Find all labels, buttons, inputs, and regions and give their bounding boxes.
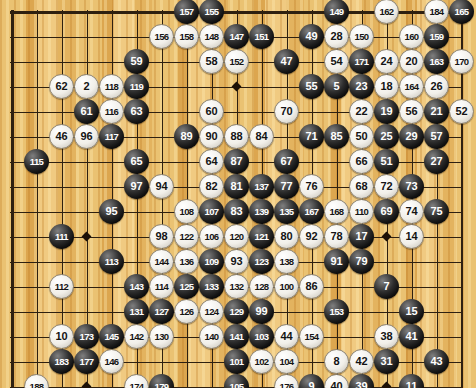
- stone-move-number: 128: [254, 274, 268, 299]
- stone-b65[interactable]: 65: [124, 149, 149, 174]
- stone-w114[interactable]: 114: [149, 274, 174, 299]
- stone-move-number: 117: [105, 124, 119, 149]
- stone-w148[interactable]: 148: [199, 24, 224, 49]
- stone-w108[interactable]: 108: [174, 199, 199, 224]
- stone-b83[interactable]: 83: [224, 199, 249, 224]
- stone-move-number: 29: [405, 124, 417, 149]
- stone-w56[interactable]: 56: [399, 99, 424, 124]
- stone-b9[interactable]: 9: [299, 374, 324, 388]
- stone-w136[interactable]: 136: [174, 249, 199, 274]
- stone-move-number: 84: [255, 124, 267, 149]
- stone-move-number: 138: [279, 249, 293, 274]
- stone-b75[interactable]: 75: [424, 199, 449, 224]
- stone-move-number: 124: [204, 299, 218, 324]
- stone-b89[interactable]: 89: [174, 124, 199, 149]
- stone-move-number: 44: [280, 324, 292, 349]
- stone-w168[interactable]: 168: [324, 199, 349, 224]
- stone-move-number: 174: [129, 374, 143, 388]
- stone-move-number: 107: [204, 199, 218, 224]
- stone-move-number: 123: [254, 249, 268, 274]
- stone-w130[interactable]: 130: [149, 324, 174, 349]
- stone-move-number: 101: [229, 349, 243, 374]
- stone-w68[interactable]: 68: [349, 174, 374, 199]
- stone-move-number: 168: [329, 199, 343, 224]
- stone-move-number: 46: [55, 124, 67, 149]
- stone-b163[interactable]: 163: [424, 49, 449, 74]
- stone-b41[interactable]: 41: [399, 324, 424, 349]
- stone-move-number: 95: [105, 199, 117, 224]
- stone-b43[interactable]: 43: [424, 349, 449, 374]
- stone-move-number: 96: [80, 124, 92, 149]
- stone-move-number: 102: [254, 349, 268, 374]
- stone-move-number: 7: [383, 274, 389, 299]
- stone-move-number: 129: [229, 299, 243, 324]
- stone-move-number: 142: [129, 324, 143, 349]
- stone-move-number: 131: [129, 299, 143, 324]
- stone-move-number: 113: [105, 249, 119, 274]
- stone-move-number: 55: [305, 74, 317, 99]
- stone-w92[interactable]: 92: [299, 224, 324, 249]
- stone-move-number: 23: [355, 74, 367, 99]
- stone-w160[interactable]: 160: [399, 24, 424, 49]
- stone-w28[interactable]: 28: [324, 24, 349, 49]
- stone-b137[interactable]: 137: [249, 174, 274, 199]
- stone-move-number: 25: [380, 124, 392, 149]
- stone-b99[interactable]: 99: [249, 299, 274, 324]
- stone-w150[interactable]: 150: [349, 24, 374, 49]
- stone-move-number: 73: [405, 174, 417, 199]
- stone-move-number: 19: [380, 99, 392, 124]
- stone-w94[interactable]: 94: [149, 174, 174, 199]
- stone-b171[interactable]: 171: [349, 49, 374, 74]
- stone-w116[interactable]: 116: [99, 99, 124, 124]
- stone-b95[interactable]: 95: [99, 199, 124, 224]
- stone-move-number: 59: [130, 49, 142, 74]
- stone-w38[interactable]: 38: [374, 324, 399, 349]
- stone-w132[interactable]: 132: [224, 274, 249, 299]
- stone-b103[interactable]: 103: [249, 324, 274, 349]
- stone-move-number: 184: [429, 0, 443, 24]
- stone-b133[interactable]: 133: [199, 274, 224, 299]
- stone-move-number: 108: [179, 199, 193, 224]
- stone-move-number: 115: [30, 149, 44, 174]
- stone-move-number: 147: [229, 24, 243, 49]
- stone-move-number: 132: [229, 274, 243, 299]
- stone-b5[interactable]: 5: [324, 74, 349, 99]
- stone-w170[interactable]: 170: [449, 49, 474, 74]
- stone-move-number: 126: [179, 299, 193, 324]
- stone-move-number: 162: [379, 0, 393, 24]
- stone-move-number: 47: [280, 49, 292, 74]
- stone-b127[interactable]: 127: [149, 299, 174, 324]
- stone-move-number: 152: [229, 49, 243, 74]
- stone-w84[interactable]: 84: [249, 124, 274, 149]
- stone-w100[interactable]: 100: [274, 274, 299, 299]
- stone-b109[interactable]: 109: [199, 249, 224, 274]
- stone-move-number: 10: [55, 324, 67, 349]
- stone-move-number: 87: [230, 149, 242, 174]
- stone-move-number: 5: [333, 74, 339, 99]
- stone-w80[interactable]: 80: [274, 224, 299, 249]
- stone-b59[interactable]: 59: [124, 49, 149, 74]
- stone-w154[interactable]: 154: [299, 324, 324, 349]
- stone-b121[interactable]: 121: [249, 224, 274, 249]
- stone-move-number: 72: [380, 174, 392, 199]
- stone-move-number: 70: [280, 99, 292, 124]
- stone-w156[interactable]: 156: [149, 24, 174, 49]
- stone-w162[interactable]: 162: [374, 0, 399, 24]
- stone-move-number: 86: [305, 274, 317, 299]
- stone-move-number: 155: [204, 0, 218, 24]
- stone-move-number: 163: [429, 49, 443, 74]
- stone-w64[interactable]: 64: [199, 149, 224, 174]
- stone-b69[interactable]: 69: [374, 199, 399, 224]
- grid-line-vertical: [11, 10, 14, 388]
- stone-move-number: 74: [405, 199, 417, 224]
- stone-move-number: 26: [430, 74, 442, 99]
- stone-move-number: 89: [180, 124, 192, 149]
- stone-move-number: 105: [229, 374, 243, 388]
- stone-move-number: 121: [254, 224, 268, 249]
- stone-b155[interactable]: 155: [199, 0, 224, 24]
- stone-move-number: 40: [330, 374, 342, 388]
- stone-w118[interactable]: 118: [99, 74, 124, 99]
- stone-move-number: 57: [430, 124, 442, 149]
- stone-move-number: 111: [55, 224, 68, 249]
- stone-move-number: 125: [179, 274, 193, 299]
- stone-b27[interactable]: 27: [424, 149, 449, 174]
- stone-move-number: 156: [154, 24, 168, 49]
- stone-move-number: 22: [355, 99, 367, 124]
- go-board[interactable]: 1571551491621841651561581481471514928150…: [0, 0, 476, 388]
- stone-b177[interactable]: 177: [74, 349, 99, 374]
- stone-move-number: 50: [355, 124, 367, 149]
- stone-w164[interactable]: 164: [399, 74, 424, 99]
- stone-move-number: 43: [430, 349, 442, 374]
- stone-b111[interactable]: 111: [49, 224, 74, 249]
- stone-move-number: 159: [429, 24, 443, 49]
- stone-move-number: 100: [279, 274, 293, 299]
- stone-w124[interactable]: 124: [199, 299, 224, 324]
- stone-w146[interactable]: 146: [99, 349, 124, 374]
- stone-move-number: 58: [205, 49, 217, 74]
- stone-w24[interactable]: 24: [374, 49, 399, 74]
- stone-move-number: 140: [204, 324, 218, 349]
- stone-b141[interactable]: 141: [224, 324, 249, 349]
- stone-move-number: 145: [104, 324, 118, 349]
- stone-b135[interactable]: 135: [274, 199, 299, 224]
- stone-w128[interactable]: 128: [249, 274, 274, 299]
- stone-move-number: 68: [355, 174, 367, 199]
- stone-b145[interactable]: 145: [99, 324, 124, 349]
- stone-w42[interactable]: 42: [349, 349, 374, 374]
- stone-w26[interactable]: 26: [424, 74, 449, 99]
- stone-move-number: 137: [254, 174, 268, 199]
- stone-b153[interactable]: 153: [324, 299, 349, 324]
- stone-b81[interactable]: 81: [224, 174, 249, 199]
- stone-w22[interactable]: 22: [349, 99, 374, 124]
- stone-w76[interactable]: 76: [299, 174, 324, 199]
- stone-b119[interactable]: 119: [124, 74, 149, 99]
- stone-b73[interactable]: 73: [399, 174, 424, 199]
- stone-b131[interactable]: 131: [124, 299, 149, 324]
- stone-w188[interactable]: 188: [24, 374, 49, 388]
- stone-w58[interactable]: 58: [199, 49, 224, 74]
- stone-move-number: 118: [105, 74, 119, 99]
- stone-move-number: 130: [154, 324, 168, 349]
- stone-move-number: 170: [454, 49, 468, 74]
- stone-b85[interactable]: 85: [324, 124, 349, 149]
- stone-move-number: 98: [155, 224, 167, 249]
- stone-move-number: 120: [229, 224, 243, 249]
- stone-b63[interactable]: 63: [124, 99, 149, 124]
- stone-move-number: 110: [355, 199, 369, 224]
- stone-move-number: 149: [329, 0, 343, 24]
- stone-w86[interactable]: 86: [299, 274, 324, 299]
- stone-b165[interactable]: 165: [449, 0, 474, 24]
- stone-move-number: 31: [380, 349, 392, 374]
- stone-w82[interactable]: 82: [199, 174, 224, 199]
- stone-w62[interactable]: 62: [49, 74, 74, 99]
- stone-w152[interactable]: 152: [224, 49, 249, 74]
- stone-b49[interactable]: 49: [299, 24, 324, 49]
- stone-w72[interactable]: 72: [374, 174, 399, 199]
- stone-b183[interactable]: 183: [49, 349, 74, 374]
- star-point: [82, 382, 92, 388]
- stone-move-number: 75: [430, 199, 442, 224]
- stone-move-number: 91: [330, 249, 342, 274]
- stone-b11[interactable]: 11: [399, 374, 424, 388]
- stone-b117[interactable]: 117: [99, 124, 124, 149]
- stone-w184[interactable]: 184: [424, 0, 449, 24]
- stone-w66[interactable]: 66: [349, 149, 374, 174]
- stone-move-number: 69: [380, 199, 392, 224]
- stone-move-number: 136: [179, 249, 193, 274]
- stone-w90[interactable]: 90: [199, 124, 224, 149]
- stone-w52[interactable]: 52: [449, 99, 474, 124]
- stone-move-number: 9: [308, 374, 314, 388]
- stone-b107[interactable]: 107: [199, 199, 224, 224]
- stone-move-number: 109: [204, 249, 218, 274]
- stone-b15[interactable]: 15: [399, 299, 424, 324]
- stone-w40[interactable]: 40: [324, 374, 349, 388]
- stone-b31[interactable]: 31: [374, 349, 399, 374]
- stone-move-number: 82: [205, 174, 217, 199]
- stone-move-number: 79: [355, 249, 367, 274]
- stone-move-number: 24: [380, 49, 392, 74]
- stone-b47[interactable]: 47: [274, 49, 299, 74]
- stone-move-number: 61: [80, 99, 92, 124]
- stone-w14[interactable]: 14: [399, 224, 424, 249]
- stone-w106[interactable]: 106: [199, 224, 224, 249]
- stone-b151[interactable]: 151: [249, 24, 274, 49]
- stone-move-number: 60: [205, 99, 217, 124]
- stone-move-number: 88: [230, 124, 242, 149]
- stone-w142[interactable]: 142: [124, 324, 149, 349]
- stone-move-number: 103: [254, 324, 268, 349]
- stone-move-number: 173: [79, 324, 93, 349]
- stone-move-number: 179: [154, 374, 168, 388]
- stone-w96[interactable]: 96: [74, 124, 99, 149]
- stone-b7[interactable]: 7: [374, 274, 399, 299]
- stone-b179[interactable]: 179: [149, 374, 174, 388]
- stone-move-number: 77: [280, 174, 292, 199]
- stone-w70[interactable]: 70: [274, 99, 299, 124]
- stone-w120[interactable]: 120: [224, 224, 249, 249]
- stone-b139[interactable]: 139: [249, 199, 274, 224]
- stone-b115[interactable]: 115: [24, 149, 49, 174]
- stone-move-number: 150: [354, 24, 368, 49]
- stone-move-number: 153: [329, 299, 343, 324]
- stone-b55[interactable]: 55: [299, 74, 324, 99]
- stone-move-number: 171: [354, 49, 368, 74]
- stone-move-number: 148: [204, 24, 218, 49]
- stone-w102[interactable]: 102: [249, 349, 274, 374]
- stone-move-number: 18: [380, 74, 392, 99]
- stone-b105[interactable]: 105: [224, 374, 249, 388]
- stone-w112[interactable]: 112: [49, 274, 74, 299]
- stone-move-number: 66: [355, 149, 367, 174]
- stone-move-number: 8: [333, 349, 339, 374]
- stone-move-number: 78: [330, 224, 342, 249]
- stone-move-number: 99: [255, 299, 267, 324]
- stone-b71[interactable]: 71: [299, 124, 324, 149]
- stone-b129[interactable]: 129: [224, 299, 249, 324]
- stone-move-number: 146: [104, 349, 118, 374]
- stone-b67[interactable]: 67: [274, 149, 299, 174]
- stone-w138[interactable]: 138: [274, 249, 299, 274]
- stone-move-number: 28: [330, 24, 342, 49]
- stone-move-number: 14: [405, 224, 417, 249]
- stone-move-number: 17: [355, 224, 367, 249]
- stone-b147[interactable]: 147: [224, 24, 249, 49]
- stone-w78[interactable]: 78: [324, 224, 349, 249]
- stone-move-number: 63: [130, 99, 142, 124]
- stone-move-number: 62: [55, 74, 67, 99]
- stone-move-number: 157: [179, 0, 193, 24]
- stone-move-number: 65: [130, 149, 142, 174]
- stone-move-number: 94: [155, 174, 167, 199]
- stone-b157[interactable]: 157: [174, 0, 199, 24]
- stone-b23[interactable]: 23: [349, 74, 374, 99]
- stone-b29[interactable]: 29: [399, 124, 424, 149]
- stone-w122[interactable]: 122: [174, 224, 199, 249]
- stone-move-number: 56: [405, 99, 417, 124]
- stone-b167[interactable]: 167: [299, 199, 324, 224]
- stone-w104[interactable]: 104: [274, 349, 299, 374]
- stone-w54[interactable]: 54: [324, 49, 349, 74]
- star-point: [232, 82, 242, 92]
- stone-b61[interactable]: 61: [74, 99, 99, 124]
- stone-b39[interactable]: 39: [349, 374, 374, 388]
- stone-b17[interactable]: 17: [349, 224, 374, 249]
- stone-move-number: 38: [380, 324, 392, 349]
- stone-move-number: 167: [304, 199, 318, 224]
- stone-w158[interactable]: 158: [174, 24, 199, 49]
- stone-w174[interactable]: 174: [124, 374, 149, 388]
- stone-move-number: 52: [455, 99, 467, 124]
- stone-b97[interactable]: 97: [124, 174, 149, 199]
- stone-w2[interactable]: 2: [74, 74, 99, 99]
- stone-b57[interactable]: 57: [424, 124, 449, 149]
- stone-b21[interactable]: 21: [424, 99, 449, 124]
- stone-move-number: 154: [304, 324, 318, 349]
- stone-move-number: 114: [155, 274, 169, 299]
- stone-b101[interactable]: 101: [224, 349, 249, 374]
- stone-move-number: 49: [305, 24, 317, 49]
- stone-move-number: 21: [430, 99, 442, 124]
- stone-w74[interactable]: 74: [399, 199, 424, 224]
- star-point: [382, 382, 392, 388]
- stone-w140[interactable]: 140: [199, 324, 224, 349]
- stone-b19[interactable]: 19: [374, 99, 399, 124]
- stone-b25[interactable]: 25: [374, 124, 399, 149]
- stone-b91[interactable]: 91: [324, 249, 349, 274]
- stone-move-number: 11: [406, 374, 418, 388]
- stone-b173[interactable]: 173: [74, 324, 99, 349]
- stone-w126[interactable]: 126: [174, 299, 199, 324]
- stone-b159[interactable]: 159: [424, 24, 449, 49]
- stone-move-number: 164: [404, 74, 418, 99]
- stone-move-number: 188: [29, 374, 43, 388]
- grid-line-vertical: [37, 10, 38, 388]
- stone-w18[interactable]: 18: [374, 74, 399, 99]
- stone-move-number: 20: [405, 49, 417, 74]
- stone-move-number: 135: [279, 199, 293, 224]
- stone-move-number: 41: [405, 324, 417, 349]
- stone-move-number: 141: [229, 324, 243, 349]
- star-point: [82, 232, 92, 242]
- stone-move-number: 176: [279, 374, 293, 388]
- stone-move-number: 51: [380, 149, 392, 174]
- stone-move-number: 144: [154, 249, 168, 274]
- stone-b51[interactable]: 51: [374, 149, 399, 174]
- stone-move-number: 76: [305, 174, 317, 199]
- stone-move-number: 83: [230, 199, 242, 224]
- stone-w50[interactable]: 50: [349, 124, 374, 149]
- stone-move-number: 39: [355, 374, 367, 388]
- stone-b113[interactable]: 113: [99, 249, 124, 274]
- stone-b125[interactable]: 125: [174, 274, 199, 299]
- stone-w10[interactable]: 10: [49, 324, 74, 349]
- stone-move-number: 133: [204, 274, 218, 299]
- stone-move-number: 80: [280, 224, 292, 249]
- stone-w88[interactable]: 88: [224, 124, 249, 149]
- stone-b149[interactable]: 149: [324, 0, 349, 24]
- stone-w60[interactable]: 60: [199, 99, 224, 124]
- stone-w176[interactable]: 176: [274, 374, 299, 388]
- stone-move-number: 151: [254, 24, 268, 49]
- stone-move-number: 119: [130, 74, 144, 99]
- stone-b143[interactable]: 143: [124, 274, 149, 299]
- stone-w144[interactable]: 144: [149, 249, 174, 274]
- stone-b79[interactable]: 79: [349, 249, 374, 274]
- stone-move-number: 81: [230, 174, 242, 199]
- stone-w8[interactable]: 8: [324, 349, 349, 374]
- stone-w93[interactable]: 93: [224, 249, 249, 274]
- stone-b123[interactable]: 123: [249, 249, 274, 274]
- stone-w110[interactable]: 110: [349, 199, 374, 224]
- stone-w44[interactable]: 44: [274, 324, 299, 349]
- stone-w98[interactable]: 98: [149, 224, 174, 249]
- stone-move-number: 2: [83, 74, 89, 99]
- stone-w46[interactable]: 46: [49, 124, 74, 149]
- stone-move-number: 139: [254, 199, 268, 224]
- stone-w20[interactable]: 20: [399, 49, 424, 74]
- stone-b87[interactable]: 87: [224, 149, 249, 174]
- stone-b77[interactable]: 77: [274, 174, 299, 199]
- stone-move-number: 112: [55, 274, 69, 299]
